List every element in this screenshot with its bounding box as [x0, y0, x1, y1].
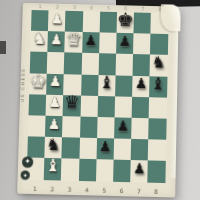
board-grid: ♟♚♞♟♛♟♟♞♚♟♝♟♝♟♛♟♟♞♟♝♟: [27, 10, 169, 183]
square-c2: [47, 52, 65, 73]
white-pawn: ♟: [49, 74, 62, 88]
white-bishop: ♝: [45, 157, 61, 175]
square-b1: ♞: [30, 31, 48, 52]
square-e8: [149, 97, 167, 119]
rank-label: 4: [83, 4, 100, 10]
square-e4: [80, 95, 98, 117]
rank-labels-bottom: 12345678: [26, 184, 165, 194]
square-h7: ♟: [130, 160, 148, 182]
square-h8: [148, 161, 166, 183]
square-d2: ♟: [46, 73, 64, 95]
white-queen: ♛: [65, 30, 82, 48]
black-pawn: ♟: [84, 33, 97, 47]
white-pawn: ♟: [50, 32, 63, 46]
square-e7: [132, 97, 150, 119]
square-d7: ♟: [132, 75, 150, 97]
square-a4: [82, 11, 100, 32]
square-b4: ♟: [82, 32, 100, 53]
black-king: ♚: [117, 10, 134, 29]
square-h6: [113, 160, 131, 182]
square-a5: [99, 12, 117, 33]
rank-label: 6: [113, 186, 130, 194]
square-a6: ♚: [116, 12, 134, 33]
square-b2: ♟: [48, 31, 66, 52]
square-b3: ♛: [65, 32, 83, 53]
square-b7: [133, 33, 151, 54]
square-h3: [61, 159, 79, 181]
square-g3: [62, 137, 80, 159]
square-e6: [115, 96, 133, 118]
black-pawn: ♟: [133, 161, 146, 175]
black-knight: ♞: [151, 54, 166, 70]
black-pawn: ♟: [117, 118, 130, 132]
square-f8: [148, 118, 166, 140]
square-d1: ♚: [29, 73, 47, 95]
square-f4: [80, 116, 98, 138]
rank-label: 7: [134, 6, 151, 12]
square-c4: [81, 53, 99, 74]
black-queen: ♛: [64, 94, 81, 112]
square-h5: [96, 159, 114, 181]
square-c3: [64, 53, 82, 74]
rank-label: 3: [66, 4, 83, 10]
white-pawn: ♟: [51, 11, 64, 25]
rank-label: 1: [32, 3, 49, 9]
square-h4: [78, 159, 96, 181]
square-a7: [134, 12, 152, 33]
square-e3: ♛: [63, 95, 81, 117]
rank-label: 3: [61, 185, 78, 193]
square-b6: ♟: [116, 33, 134, 54]
square-f6: ♟: [114, 117, 132, 139]
square-g1: [27, 136, 45, 158]
rank-label: 4: [78, 185, 95, 193]
square-c7: [133, 54, 151, 75]
square-f1: [28, 115, 46, 137]
black-pawn: ♟: [99, 139, 112, 153]
chess-board: 12345678 ♟♚♞♟♛♟♟♞♚♟♝♟♝♟♛♟♟♞♟♝♟ 12345678 …: [17, 3, 179, 198]
square-e2: ♟: [46, 94, 64, 116]
table-edge-notch: [0, 41, 6, 54]
square-d4: [81, 74, 99, 96]
white-king: ♚: [29, 71, 47, 90]
square-g8: [148, 139, 166, 161]
board-edge-highlight: [170, 28, 179, 178]
black-pawn: ♟: [118, 34, 131, 48]
square-g4: [79, 138, 97, 160]
square-f3: [62, 116, 80, 138]
square-c6: [116, 54, 134, 75]
black-pawn: ♟: [135, 76, 148, 90]
rank-label: 8: [147, 187, 164, 195]
square-b5: [99, 33, 117, 54]
rank-label: 2: [44, 185, 62, 193]
square-f7: [131, 118, 149, 140]
rank-label: 2: [49, 4, 66, 10]
black-knight: ♞: [46, 137, 61, 153]
square-h2: ♝: [44, 158, 62, 180]
rank-label: 1: [26, 184, 44, 192]
rank-label: 5: [96, 186, 113, 194]
square-g7: [131, 139, 149, 161]
black-bishop: ♝: [99, 74, 115, 91]
rank-label: 7: [130, 187, 147, 195]
square-g6: [114, 139, 132, 161]
square-d6: [115, 75, 133, 97]
square-f5: [97, 117, 115, 139]
square-d5: ♝: [98, 75, 116, 97]
us-chess-brand-text: US CHESS: [20, 62, 30, 108]
square-a2: ♟: [48, 10, 66, 31]
square-e1: [29, 94, 47, 116]
white-pawn: ♟: [48, 116, 61, 130]
black-bishop: ♝: [150, 75, 166, 92]
board-photo: 12345678 ♟♚♞♟♛♟♟♞♚♟♝♟♝♟♛♟♟♞♟♝♟ 12345678 …: [0, 0, 200, 200]
square-g5: ♟: [96, 138, 114, 160]
square-e5: [97, 96, 115, 118]
white-knight: ♞: [32, 31, 47, 47]
square-d8: ♝: [149, 76, 167, 98]
rank-label: 5: [100, 5, 117, 11]
white-pawn: ♟: [48, 95, 61, 109]
